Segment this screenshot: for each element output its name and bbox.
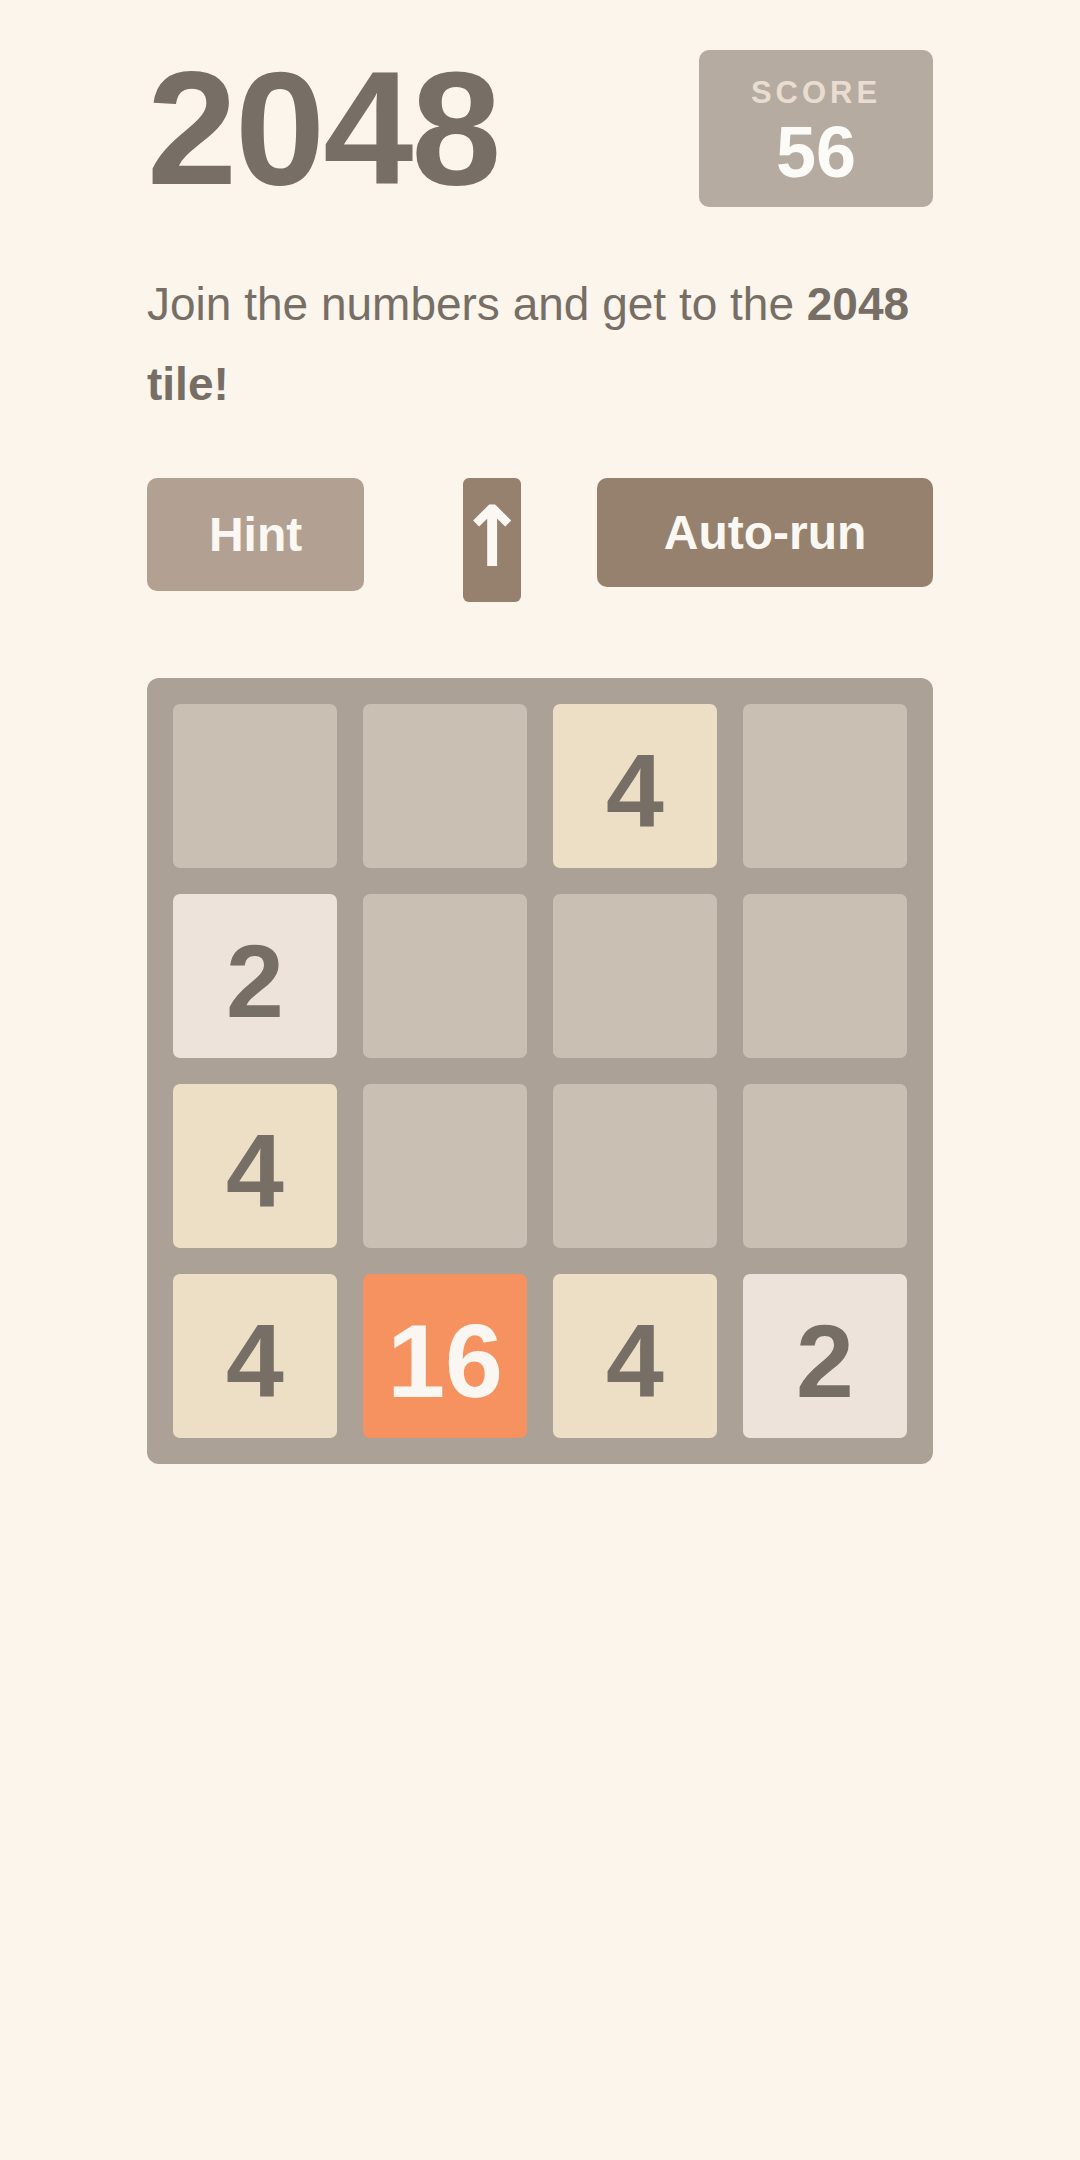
autorun-button[interactable]: Auto-run <box>597 478 933 587</box>
tile-2-r2c1: 2 <box>173 894 337 1058</box>
hint-button[interactable]: Hint <box>147 478 364 591</box>
controls-row: Hint ↑ Auto-run <box>147 478 933 602</box>
page-title: 2048 <box>147 48 499 208</box>
score-label: SCORE <box>751 75 881 111</box>
tile-4-r3c1: 4 <box>173 1084 337 1248</box>
tile-16-r4c2: 16 <box>363 1274 527 1438</box>
move-up-button[interactable]: ↑ <box>463 478 521 602</box>
subtitle: Join the numbers and get to the 2048 til… <box>147 264 933 424</box>
empty-cell-r2c2 <box>363 894 527 1058</box>
tile-4-r4c1: 4 <box>173 1274 337 1438</box>
empty-cell-r3c3 <box>553 1084 717 1248</box>
score-box: SCORE 56 <box>699 50 933 207</box>
tile-4-r1c3: 4 <box>553 704 717 868</box>
game-board[interactable]: 42441642 <box>147 678 933 1464</box>
empty-cell-r1c2 <box>363 704 527 868</box>
up-arrow-icon: ↑ <box>457 488 527 586</box>
empty-cell-r1c1 <box>173 704 337 868</box>
header: 2048 SCORE 56 <box>147 48 933 208</box>
empty-cell-r1c4 <box>743 704 907 868</box>
empty-cell-r2c3 <box>553 894 717 1058</box>
empty-cell-r3c2 <box>363 1084 527 1248</box>
tile-4-r4c3: 4 <box>553 1274 717 1438</box>
score-value: 56 <box>776 121 856 183</box>
empty-cell-r2c4 <box>743 894 907 1058</box>
content-column: 2048 SCORE 56 Join the numbers and get t… <box>147 0 933 1464</box>
tile-2-r4c4: 2 <box>743 1274 907 1438</box>
empty-cell-r3c4 <box>743 1084 907 1248</box>
app-page: 2048 SCORE 56 Join the numbers and get t… <box>0 0 1080 2160</box>
subtitle-text: Join the numbers and get to the <box>147 278 807 330</box>
